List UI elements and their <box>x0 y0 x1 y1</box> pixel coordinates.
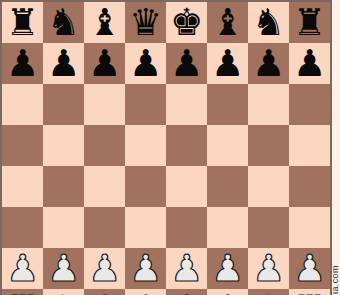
piece-white-pawn: ♟ <box>129 248 162 289</box>
square-d4[interactable] <box>125 166 166 207</box>
square-f2[interactable]: ♟ <box>207 248 248 289</box>
square-b3[interactable] <box>43 207 84 248</box>
piece-white-bishop: ♝ <box>88 289 121 295</box>
square-e1[interactable]: ♚ <box>166 289 207 295</box>
square-b8[interactable]: ♞ <box>43 2 84 43</box>
piece-black-pawn: ♟ <box>252 43 285 84</box>
chess-board-screenshot: ♜♞♝♛♚♝♞♜♟♟♟♟♟♟♟♟♟♟♟♟♟♟♟♟♜♞♝♛♚♝♞♜ ia.com <box>0 0 340 295</box>
piece-black-knight: ♞ <box>47 2 80 43</box>
square-a1[interactable]: ♜ <box>2 289 43 295</box>
square-d1[interactable]: ♛ <box>125 289 166 295</box>
square-h8[interactable]: ♜ <box>289 2 330 43</box>
piece-white-pawn: ♟ <box>88 248 121 289</box>
piece-black-rook: ♜ <box>6 2 39 43</box>
square-c8[interactable]: ♝ <box>84 2 125 43</box>
piece-black-knight: ♞ <box>252 2 285 43</box>
square-g6[interactable] <box>248 84 289 125</box>
square-e8[interactable]: ♚ <box>166 2 207 43</box>
square-g7[interactable]: ♟ <box>248 43 289 84</box>
piece-black-pawn: ♟ <box>293 43 326 84</box>
square-d5[interactable] <box>125 125 166 166</box>
piece-white-knight: ♞ <box>47 289 80 295</box>
square-a4[interactable] <box>2 166 43 207</box>
square-b6[interactable] <box>43 84 84 125</box>
square-a3[interactable] <box>2 207 43 248</box>
square-f3[interactable] <box>207 207 248 248</box>
piece-black-pawn: ♟ <box>47 43 80 84</box>
square-c4[interactable] <box>84 166 125 207</box>
square-g2[interactable]: ♟ <box>248 248 289 289</box>
square-e7[interactable]: ♟ <box>166 43 207 84</box>
square-d6[interactable] <box>125 84 166 125</box>
square-b5[interactable] <box>43 125 84 166</box>
piece-black-pawn: ♟ <box>88 43 121 84</box>
square-g3[interactable] <box>248 207 289 248</box>
piece-white-knight: ♞ <box>252 289 285 295</box>
square-g4[interactable] <box>248 166 289 207</box>
square-a8[interactable]: ♜ <box>2 2 43 43</box>
square-e2[interactable]: ♟ <box>166 248 207 289</box>
square-c2[interactable]: ♟ <box>84 248 125 289</box>
square-h2[interactable]: ♟ <box>289 248 330 289</box>
square-b1[interactable]: ♞ <box>43 289 84 295</box>
piece-black-queen: ♛ <box>129 2 162 43</box>
square-f1[interactable]: ♝ <box>207 289 248 295</box>
piece-white-king: ♚ <box>170 289 203 295</box>
square-c3[interactable] <box>84 207 125 248</box>
square-d3[interactable] <box>125 207 166 248</box>
square-f5[interactable] <box>207 125 248 166</box>
piece-white-queen: ♛ <box>129 289 162 295</box>
watermark-text: ia.com <box>330 265 340 294</box>
square-a6[interactable] <box>2 84 43 125</box>
square-e6[interactable] <box>166 84 207 125</box>
square-g1[interactable]: ♞ <box>248 289 289 295</box>
square-d7[interactable]: ♟ <box>125 43 166 84</box>
square-a7[interactable]: ♟ <box>2 43 43 84</box>
square-a2[interactable]: ♟ <box>2 248 43 289</box>
square-h7[interactable]: ♟ <box>289 43 330 84</box>
piece-white-pawn: ♟ <box>47 248 80 289</box>
piece-black-pawn: ♟ <box>6 43 39 84</box>
square-e3[interactable] <box>166 207 207 248</box>
square-c6[interactable] <box>84 84 125 125</box>
square-f7[interactable]: ♟ <box>207 43 248 84</box>
square-g5[interactable] <box>248 125 289 166</box>
square-c7[interactable]: ♟ <box>84 43 125 84</box>
square-d2[interactable]: ♟ <box>125 248 166 289</box>
piece-black-pawn: ♟ <box>211 43 244 84</box>
square-h1[interactable]: ♜ <box>289 289 330 295</box>
square-f6[interactable] <box>207 84 248 125</box>
square-b2[interactable]: ♟ <box>43 248 84 289</box>
piece-black-pawn: ♟ <box>129 43 162 84</box>
piece-white-rook: ♜ <box>6 289 39 295</box>
piece-black-pawn: ♟ <box>170 43 203 84</box>
piece-white-pawn: ♟ <box>252 248 285 289</box>
square-f4[interactable] <box>207 166 248 207</box>
square-e4[interactable] <box>166 166 207 207</box>
square-h6[interactable] <box>289 84 330 125</box>
piece-black-king: ♚ <box>170 2 203 43</box>
square-c5[interactable] <box>84 125 125 166</box>
piece-white-pawn: ♟ <box>211 248 244 289</box>
piece-black-rook: ♜ <box>293 2 326 43</box>
square-e5[interactable] <box>166 125 207 166</box>
square-h5[interactable] <box>289 125 330 166</box>
square-g8[interactable]: ♞ <box>248 2 289 43</box>
square-h4[interactable] <box>289 166 330 207</box>
square-a5[interactable] <box>2 125 43 166</box>
square-b7[interactable]: ♟ <box>43 43 84 84</box>
square-f8[interactable]: ♝ <box>207 2 248 43</box>
chess-board: ♜♞♝♛♚♝♞♜♟♟♟♟♟♟♟♟♟♟♟♟♟♟♟♟♜♞♝♛♚♝♞♜ <box>0 0 332 295</box>
square-d8[interactable]: ♛ <box>125 2 166 43</box>
piece-white-pawn: ♟ <box>6 248 39 289</box>
square-b4[interactable] <box>43 166 84 207</box>
piece-black-bishop: ♝ <box>211 2 244 43</box>
square-c1[interactable]: ♝ <box>84 289 125 295</box>
piece-white-rook: ♜ <box>293 289 326 295</box>
piece-white-pawn: ♟ <box>293 248 326 289</box>
piece-white-pawn: ♟ <box>170 248 203 289</box>
square-h3[interactable] <box>289 207 330 248</box>
piece-white-bishop: ♝ <box>211 289 244 295</box>
piece-black-bishop: ♝ <box>88 2 121 43</box>
